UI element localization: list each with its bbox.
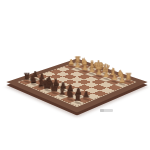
chess-board: ♜♞♝♛♚♝♞♜♟♟♟♟♟♟♟♟♟♟♟♟♟♟♟♟♜♞♝♛♚♝♞♜ (6, 59, 147, 113)
product-photo-chess-set: ♜♞♝♛♚♝♞♜♟♟♟♟♟♟♟♟♟♟♟♟♟♟♟♟♜♞♝♛♚♝♞♜ (0, 0, 150, 150)
watermark-smudge (100, 109, 113, 112)
square-a2: ♟ (114, 82, 129, 88)
black-rook-piece: ♜ (67, 93, 89, 103)
white-pawn-piece: ♟ (112, 76, 132, 84)
board-scene: ♜♞♝♛♚♝♞♜♟♟♟♟♟♟♟♟♟♟♟♟♟♟♟♟♜♞♝♛♚♝♞♜ (0, 0, 150, 150)
square-a8: ♜ (69, 100, 85, 107)
